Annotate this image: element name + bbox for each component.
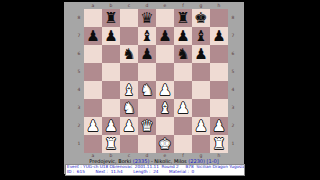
rank-labels-left: 87654321 — [76, 9, 82, 153]
square-b8[interactable]: ♜ — [102, 9, 120, 27]
square-a3[interactable] — [84, 99, 102, 117]
square-f3[interactable]: ♟ — [174, 99, 192, 117]
square-c1[interactable] — [120, 135, 138, 153]
square-f7[interactable]: ♟ — [174, 27, 192, 45]
square-c6[interactable]: ♞ — [120, 45, 138, 63]
rank-label-4: 4 — [230, 81, 236, 99]
piece-white-knight: ♞ — [120, 99, 138, 117]
square-e2[interactable] — [156, 117, 174, 135]
square-f1[interactable] — [174, 135, 192, 153]
piece-white-bishop: ♝ — [156, 99, 174, 117]
piece-black-pawn: ♟ — [138, 45, 156, 63]
piece-white-queen: ♛ — [138, 117, 156, 135]
square-h2[interactable]: ♟ — [210, 117, 228, 135]
rank-label-6: 6 — [76, 45, 82, 63]
square-h8[interactable] — [210, 9, 228, 27]
piece-black-pawn: ♟ — [84, 27, 102, 45]
square-d5[interactable] — [138, 63, 156, 81]
piece-black-pawn: ♟ — [210, 27, 228, 45]
rank-labels-right: 87654321 — [230, 9, 236, 153]
square-h3[interactable] — [210, 99, 228, 117]
piece-black-pawn: ♟ — [156, 27, 174, 45]
square-d6[interactable]: ♟ — [138, 45, 156, 63]
piece-white-pawn: ♟ — [174, 99, 192, 117]
piece-black-knight: ♞ — [120, 45, 138, 63]
square-a8[interactable] — [84, 9, 102, 27]
square-h1[interactable]: ♜ — [210, 135, 228, 153]
square-g7[interactable]: ♝ — [192, 27, 210, 45]
square-e3[interactable]: ♝ — [156, 99, 174, 117]
rank-label-5: 5 — [230, 63, 236, 81]
piece-black-queen: ♛ — [138, 9, 156, 27]
square-c8[interactable] — [120, 9, 138, 27]
square-c2[interactable]: ♟ — [120, 117, 138, 135]
square-a1[interactable] — [84, 135, 102, 153]
piece-black-bishop: ♝ — [138, 27, 156, 45]
rank-label-3: 3 — [230, 99, 236, 117]
square-g5[interactable] — [192, 63, 210, 81]
piece-white-rook: ♜ — [210, 135, 228, 153]
square-b5[interactable] — [102, 63, 120, 81]
square-d7[interactable]: ♝ — [138, 27, 156, 45]
square-b1[interactable]: ♜ — [102, 135, 120, 153]
rank-label-2: 2 — [230, 117, 236, 135]
square-c4[interactable]: ♝ — [120, 81, 138, 99]
square-a5[interactable] — [84, 63, 102, 81]
rank-label-6: 6 — [230, 45, 236, 63]
piece-white-pawn: ♟ — [102, 117, 120, 135]
rank-label-7: 7 — [230, 27, 236, 45]
piece-black-pawn: ♟ — [174, 27, 192, 45]
piece-black-rook: ♜ — [174, 9, 192, 27]
game-meta-line: ID : 615 Next : 11.h4 Length : 24 Materi… — [67, 170, 243, 175]
square-f5[interactable] — [174, 63, 192, 81]
square-d1[interactable] — [138, 135, 156, 153]
rank-label-7: 7 — [76, 27, 82, 45]
square-d8[interactable]: ♛ — [138, 9, 156, 27]
square-c7[interactable] — [120, 27, 138, 45]
square-h7[interactable]: ♟ — [210, 27, 228, 45]
piece-white-king: ♚ — [156, 135, 174, 153]
piece-white-pawn: ♟ — [156, 81, 174, 99]
square-f8[interactable]: ♜ — [174, 9, 192, 27]
board: ♜♛♜♚♟♟♝♟♟♝♟♞♟♞♟♝♞♟♞♝♟♟♟♟♛♟♟♜♚♜ — [84, 9, 228, 153]
square-d3[interactable] — [138, 99, 156, 117]
piece-white-pawn: ♟ — [84, 117, 102, 135]
piece-white-pawn: ♟ — [192, 117, 210, 135]
rank-label-3: 3 — [76, 99, 82, 117]
rank-label-8: 8 — [230, 9, 236, 27]
square-b7[interactable]: ♟ — [102, 27, 120, 45]
square-d4[interactable]: ♞ — [138, 81, 156, 99]
piece-black-rook: ♜ — [102, 9, 120, 27]
square-b3[interactable] — [102, 99, 120, 117]
square-g8[interactable]: ♚ — [192, 9, 210, 27]
square-b2[interactable]: ♟ — [102, 117, 120, 135]
square-e5[interactable] — [156, 63, 174, 81]
chess-gui-panel: abcdefgh 87654321 87654321 ♜♛♜♚♟♟♝♟♟♝♟♞♟… — [64, 2, 244, 174]
rank-label-5: 5 — [76, 63, 82, 81]
square-g2[interactable]: ♟ — [192, 117, 210, 135]
square-g1[interactable] — [192, 135, 210, 153]
rank-label-4: 4 — [76, 81, 82, 99]
piece-white-knight: ♞ — [138, 81, 156, 99]
piece-black-knight: ♞ — [174, 45, 192, 63]
square-a6[interactable] — [84, 45, 102, 63]
square-h6[interactable] — [210, 45, 228, 63]
piece-white-bishop: ♝ — [120, 81, 138, 99]
game-info-box: Event : YUG-ch U18 Obrenovac 2001.11.11 … — [65, 164, 245, 176]
square-e4[interactable]: ♟ — [156, 81, 174, 99]
square-a2[interactable]: ♟ — [84, 117, 102, 135]
square-b4[interactable] — [102, 81, 120, 99]
video-frame: abcdefgh 87654321 87654321 ♜♛♜♚♟♟♝♟♟♝♟♞♟… — [0, 0, 320, 180]
square-h5[interactable] — [210, 63, 228, 81]
square-f6[interactable]: ♞ — [174, 45, 192, 63]
square-h4[interactable] — [210, 81, 228, 99]
square-f2[interactable] — [174, 117, 192, 135]
square-d2[interactable]: ♛ — [138, 117, 156, 135]
square-c5[interactable] — [120, 63, 138, 81]
square-e8[interactable] — [156, 9, 174, 27]
piece-white-pawn: ♟ — [120, 117, 138, 135]
rank-label-2: 2 — [76, 117, 82, 135]
piece-white-pawn: ♟ — [210, 117, 228, 135]
square-g3[interactable] — [192, 99, 210, 117]
piece-black-bishop: ♝ — [192, 27, 210, 45]
square-e6[interactable] — [156, 45, 174, 63]
square-a4[interactable] — [84, 81, 102, 99]
square-g6[interactable]: ♟ — [192, 45, 210, 63]
piece-black-pawn: ♟ — [102, 27, 120, 45]
square-a7[interactable]: ♟ — [84, 27, 102, 45]
square-c3[interactable]: ♞ — [120, 99, 138, 117]
square-b6[interactable] — [102, 45, 120, 63]
rank-label-8: 8 — [76, 9, 82, 27]
square-g4[interactable] — [192, 81, 210, 99]
rank-label-1: 1 — [76, 135, 82, 153]
piece-black-king: ♚ — [192, 9, 210, 27]
square-f4[interactable] — [174, 81, 192, 99]
piece-white-rook: ♜ — [102, 135, 120, 153]
rank-label-1: 1 — [230, 135, 236, 153]
square-e1[interactable]: ♚ — [156, 135, 174, 153]
piece-black-pawn: ♟ — [192, 45, 210, 63]
square-e7[interactable]: ♟ — [156, 27, 174, 45]
